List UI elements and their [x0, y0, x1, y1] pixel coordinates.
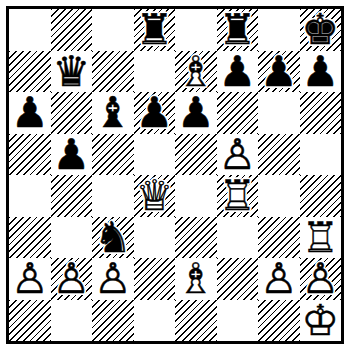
square-d8[interactable]: ♜♜: [134, 9, 176, 51]
piece-bP-a6[interactable]: ♟♟: [9, 92, 51, 134]
square-b7[interactable]: ♛♛: [51, 51, 93, 93]
square-c1[interactable]: [92, 300, 134, 342]
piece-wQ-d4[interactable]: ♛♕: [134, 175, 176, 217]
square-e2[interactable]: ♝♗: [175, 258, 217, 300]
square-h2[interactable]: ♟♙: [300, 258, 342, 300]
square-e5[interactable]: [175, 134, 217, 176]
square-e3[interactable]: [175, 217, 217, 259]
square-d3[interactable]: [134, 217, 176, 259]
square-c8[interactable]: [92, 9, 134, 51]
square-h8[interactable]: ♚♚: [300, 9, 342, 51]
square-d1[interactable]: [134, 300, 176, 342]
piece-wP-b2[interactable]: ♟♙: [51, 258, 93, 300]
square-h3[interactable]: ♜♖: [300, 217, 342, 259]
square-g8[interactable]: [258, 9, 300, 51]
piece-bP-h7[interactable]: ♟♟: [300, 51, 342, 93]
piece-wB-e2[interactable]: ♝♗: [175, 258, 217, 300]
square-g2[interactable]: ♟♙: [258, 258, 300, 300]
piece-wR-h3[interactable]: ♜♖: [300, 217, 342, 259]
piece-bP-g7[interactable]: ♟♟: [258, 51, 300, 93]
square-f8[interactable]: ♜♜: [217, 9, 259, 51]
piece-bQ-b7[interactable]: ♛♛: [51, 51, 93, 93]
piece-glyph-wP: ♙: [258, 258, 300, 300]
piece-bP-b5[interactable]: ♟♟: [51, 134, 93, 176]
square-a3[interactable]: [9, 217, 51, 259]
square-f2[interactable]: [217, 258, 259, 300]
piece-wK-h1[interactable]: ♚♔: [300, 300, 342, 342]
piece-glyph-bP: ♟: [51, 134, 93, 176]
square-g4[interactable]: [258, 175, 300, 217]
square-d4[interactable]: ♛♕: [134, 175, 176, 217]
square-e8[interactable]: [175, 9, 217, 51]
square-g6[interactable]: [258, 92, 300, 134]
square-g5[interactable]: [258, 134, 300, 176]
piece-glyph-bP: ♟: [134, 92, 176, 134]
square-b4[interactable]: [51, 175, 93, 217]
piece-wP-g2[interactable]: ♟♙: [258, 258, 300, 300]
piece-glyph-bR: ♜: [217, 9, 259, 51]
square-d6[interactable]: ♟♟: [134, 92, 176, 134]
piece-bR-f8[interactable]: ♜♜: [217, 9, 259, 51]
square-e7[interactable]: ♝♗: [175, 51, 217, 93]
piece-wP-h2[interactable]: ♟♙: [300, 258, 342, 300]
square-a4[interactable]: [9, 175, 51, 217]
piece-wR-f4[interactable]: ♜♖: [217, 175, 259, 217]
piece-glyph-bP: ♟: [258, 51, 300, 93]
square-f1[interactable]: [217, 300, 259, 342]
square-g1[interactable]: [258, 300, 300, 342]
square-a6[interactable]: ♟♟: [9, 92, 51, 134]
square-c7[interactable]: [92, 51, 134, 93]
piece-wP-f5[interactable]: ♟♙: [217, 134, 259, 176]
piece-bP-e6[interactable]: ♟♟: [175, 92, 217, 134]
piece-bP-f7[interactable]: ♟♟: [217, 51, 259, 93]
square-b5[interactable]: ♟♟: [51, 134, 93, 176]
piece-bB-c6[interactable]: ♝♝: [92, 92, 134, 134]
piece-glyph-wR: ♖: [300, 217, 342, 259]
square-f5[interactable]: ♟♙: [217, 134, 259, 176]
chess-board: ♜♜♜♜♚♚♛♛♝♗♟♟♟♟♟♟♟♟♝♝♟♟♟♟♟♟♟♙♛♕♜♖♞♞♜♖♟♙♟♙…: [9, 9, 341, 341]
piece-bP-d6[interactable]: ♟♟: [134, 92, 176, 134]
square-a7[interactable]: [9, 51, 51, 93]
piece-glyph-bP: ♟: [300, 51, 342, 93]
piece-glyph-bP: ♟: [9, 92, 51, 134]
piece-glyph-bR: ♜: [134, 9, 176, 51]
square-d7[interactable]: [134, 51, 176, 93]
piece-glyph-wK: ♔: [300, 300, 342, 342]
piece-glyph-bP: ♟: [217, 51, 259, 93]
square-b3[interactable]: [51, 217, 93, 259]
square-a2[interactable]: ♟♙: [9, 258, 51, 300]
square-c5[interactable]: [92, 134, 134, 176]
square-d5[interactable]: [134, 134, 176, 176]
square-b2[interactable]: ♟♙: [51, 258, 93, 300]
square-g3[interactable]: [258, 217, 300, 259]
square-g7[interactable]: ♟♟: [258, 51, 300, 93]
square-b1[interactable]: [51, 300, 93, 342]
square-h6[interactable]: [300, 92, 342, 134]
piece-glyph-bB: ♝: [92, 92, 134, 134]
piece-glyph-wB: ♗: [175, 51, 217, 93]
square-e6[interactable]: ♟♟: [175, 92, 217, 134]
piece-glyph-wP: ♙: [51, 258, 93, 300]
square-h5[interactable]: [300, 134, 342, 176]
piece-wB-e7[interactable]: ♝♗: [175, 51, 217, 93]
piece-bR-d8[interactable]: ♜♜: [134, 9, 176, 51]
square-c3[interactable]: ♞♞: [92, 217, 134, 259]
piece-glyph-bN: ♞: [92, 217, 134, 259]
piece-glyph-bK: ♚: [300, 9, 342, 51]
square-f6[interactable]: [217, 92, 259, 134]
square-h4[interactable]: [300, 175, 342, 217]
square-e1[interactable]: [175, 300, 217, 342]
square-f3[interactable]: [217, 217, 259, 259]
square-f7[interactable]: ♟♟: [217, 51, 259, 93]
square-e4[interactable]: [175, 175, 217, 217]
piece-glyph-wQ: ♕: [134, 175, 176, 217]
piece-glyph-bP: ♟: [175, 92, 217, 134]
piece-glyph-bQ: ♛: [51, 51, 93, 93]
piece-bK-h8[interactable]: ♚♚: [300, 9, 342, 51]
diagram-frame: ♜♜♜♜♚♚♛♛♝♗♟♟♟♟♟♟♟♟♝♝♟♟♟♟♟♟♟♙♛♕♜♖♞♞♜♖♟♙♟♙…: [6, 6, 344, 344]
piece-glyph-wP: ♙: [92, 258, 134, 300]
piece-glyph-wP: ♙: [217, 134, 259, 176]
piece-glyph-wP: ♙: [9, 258, 51, 300]
square-a1[interactable]: [9, 300, 51, 342]
square-h1[interactable]: ♚♔: [300, 300, 342, 342]
square-d2[interactable]: [134, 258, 176, 300]
square-b8[interactable]: [51, 9, 93, 51]
square-c6[interactable]: ♝♝: [92, 92, 134, 134]
piece-wP-c2[interactable]: ♟♙: [92, 258, 134, 300]
piece-glyph-wB: ♗: [175, 258, 217, 300]
square-b6[interactable]: [51, 92, 93, 134]
square-a5[interactable]: [9, 134, 51, 176]
piece-glyph-wP: ♙: [300, 258, 342, 300]
piece-wP-a2[interactable]: ♟♙: [9, 258, 51, 300]
square-c4[interactable]: [92, 175, 134, 217]
piece-glyph-wR: ♖: [217, 175, 259, 217]
square-h7[interactable]: ♟♟: [300, 51, 342, 93]
piece-bN-c3[interactable]: ♞♞: [92, 217, 134, 259]
square-c2[interactable]: ♟♙: [92, 258, 134, 300]
square-f4[interactable]: ♜♖: [217, 175, 259, 217]
square-a8[interactable]: [9, 9, 51, 51]
